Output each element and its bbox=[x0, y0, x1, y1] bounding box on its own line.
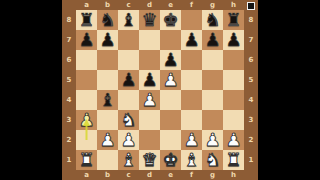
square-g4[interactable] bbox=[202, 90, 223, 110]
piece-white-pawn[interactable]: ♟ bbox=[202, 130, 223, 150]
rank-label-2-left: 2 bbox=[62, 130, 76, 150]
chess-board: abcdefgh 87654321 ♜♞♝♛♚♞♜♟♟♟♟♟♟♟♟♟♝♟♟♞♟♟… bbox=[62, 0, 258, 180]
square-d1[interactable]: ♛ bbox=[139, 150, 160, 170]
piece-white-king[interactable]: ♚ bbox=[160, 150, 181, 170]
piece-white-pawn[interactable]: ♟ bbox=[76, 110, 97, 130]
square-d8[interactable]: ♛ bbox=[139, 10, 160, 30]
piece-black-rook[interactable]: ♜ bbox=[223, 10, 244, 30]
square-h6[interactable] bbox=[223, 50, 244, 70]
square-h8[interactable]: ♜ bbox=[223, 10, 244, 30]
square-b5[interactable] bbox=[97, 70, 118, 90]
square-a4[interactable] bbox=[76, 90, 97, 110]
piece-white-bishop[interactable]: ♝ bbox=[181, 150, 202, 170]
square-c7[interactable] bbox=[118, 30, 139, 50]
square-g1[interactable]: ♞ bbox=[202, 150, 223, 170]
piece-white-pawn[interactable]: ♟ bbox=[160, 70, 181, 90]
piece-black-pawn[interactable]: ♟ bbox=[97, 30, 118, 50]
square-c1[interactable]: ♝ bbox=[118, 150, 139, 170]
piece-white-knight[interactable]: ♞ bbox=[202, 150, 223, 170]
square-h7[interactable]: ♟ bbox=[223, 30, 244, 50]
rank-label-1-left: 1 bbox=[62, 150, 76, 170]
square-e3[interactable] bbox=[160, 110, 181, 130]
square-b2[interactable]: ♟ bbox=[97, 130, 118, 150]
piece-black-pawn[interactable]: ♟ bbox=[181, 30, 202, 50]
square-f2[interactable]: ♟ bbox=[181, 130, 202, 150]
piece-white-queen[interactable]: ♛ bbox=[139, 150, 160, 170]
file-label-f-top: f bbox=[181, 0, 202, 10]
piece-black-queen[interactable]: ♛ bbox=[139, 10, 160, 30]
square-f8[interactable] bbox=[181, 10, 202, 30]
square-d5[interactable]: ♟ bbox=[139, 70, 160, 90]
square-d3[interactable] bbox=[139, 110, 160, 130]
file-label-c-bottom: c bbox=[118, 170, 139, 180]
rank-label-6-right: 6 bbox=[244, 50, 258, 70]
rank-label-8-left: 8 bbox=[62, 10, 76, 30]
squares: ♜♞♝♛♚♞♜♟♟♟♟♟♟♟♟♟♝♟♟♞♟♟♟♟♟♜♝♛♚♝♞♜ bbox=[76, 10, 244, 170]
piece-black-rook[interactable]: ♜ bbox=[76, 10, 97, 30]
rank-label-7-right: 7 bbox=[244, 30, 258, 50]
file-label-g-bottom: g bbox=[202, 170, 223, 180]
rank-label-7-left: 7 bbox=[62, 30, 76, 50]
square-c6[interactable] bbox=[118, 50, 139, 70]
square-g5[interactable] bbox=[202, 70, 223, 90]
rank-label-6-left: 6 bbox=[62, 50, 76, 70]
rank-label-2-right: 2 bbox=[244, 130, 258, 150]
square-h5[interactable] bbox=[223, 70, 244, 90]
square-d2[interactable] bbox=[139, 130, 160, 150]
square-e7[interactable] bbox=[160, 30, 181, 50]
rank-label-8-right: 8 bbox=[244, 10, 258, 30]
square-b4[interactable]: ♝ bbox=[97, 90, 118, 110]
piece-black-pawn[interactable]: ♟ bbox=[160, 50, 181, 70]
square-g3[interactable] bbox=[202, 110, 223, 130]
square-f1[interactable]: ♝ bbox=[181, 150, 202, 170]
piece-white-rook[interactable]: ♜ bbox=[223, 150, 244, 170]
rank-label-1-right: 1 bbox=[244, 150, 258, 170]
rank-label-5-right: 5 bbox=[244, 70, 258, 90]
file-label-a-bottom: a bbox=[76, 170, 97, 180]
square-a1[interactable]: ♜ bbox=[76, 150, 97, 170]
square-c8[interactable]: ♝ bbox=[118, 10, 139, 30]
square-g2[interactable]: ♟ bbox=[202, 130, 223, 150]
square-h1[interactable]: ♜ bbox=[223, 150, 244, 170]
square-c3[interactable]: ♞ bbox=[118, 110, 139, 130]
rank-label-3-right: 3 bbox=[244, 110, 258, 130]
piece-black-pawn[interactable]: ♟ bbox=[118, 70, 139, 90]
square-b6[interactable] bbox=[97, 50, 118, 70]
square-f6[interactable] bbox=[181, 50, 202, 70]
file-label-f-bottom: f bbox=[181, 170, 202, 180]
square-d7[interactable] bbox=[139, 30, 160, 50]
rank-label-4-right: 4 bbox=[244, 90, 258, 110]
piece-black-bishop[interactable]: ♝ bbox=[118, 10, 139, 30]
piece-black-pawn[interactable]: ♟ bbox=[202, 30, 223, 50]
piece-black-pawn[interactable]: ♟ bbox=[139, 70, 160, 90]
square-e6[interactable]: ♟ bbox=[160, 50, 181, 70]
square-b8[interactable]: ♞ bbox=[97, 10, 118, 30]
ranks-right: 87654321 bbox=[244, 10, 258, 170]
square-f7[interactable]: ♟ bbox=[181, 30, 202, 50]
files-bottom: abcdefgh bbox=[76, 170, 244, 180]
square-d6[interactable] bbox=[139, 50, 160, 70]
piece-black-pawn[interactable]: ♟ bbox=[76, 30, 97, 50]
square-g8[interactable]: ♞ bbox=[202, 10, 223, 30]
piece-white-bishop[interactable]: ♝ bbox=[118, 150, 139, 170]
square-a6[interactable] bbox=[76, 50, 97, 70]
square-a8[interactable]: ♜ bbox=[76, 10, 97, 30]
square-h2[interactable]: ♟ bbox=[223, 130, 244, 150]
rank-label-3-left: 3 bbox=[62, 110, 76, 130]
rank-label-4-left: 4 bbox=[62, 90, 76, 110]
square-f4[interactable] bbox=[181, 90, 202, 110]
file-label-d-bottom: d bbox=[139, 170, 160, 180]
black-to-move-indicator bbox=[247, 2, 255, 10]
file-label-b-bottom: b bbox=[97, 170, 118, 180]
piece-black-pawn[interactable]: ♟ bbox=[223, 30, 244, 50]
square-c5[interactable]: ♟ bbox=[118, 70, 139, 90]
square-e5[interactable]: ♟ bbox=[160, 70, 181, 90]
square-f5[interactable] bbox=[181, 70, 202, 90]
piece-white-rook[interactable]: ♜ bbox=[76, 150, 97, 170]
rank-label-5-left: 5 bbox=[62, 70, 76, 90]
file-label-e-bottom: e bbox=[160, 170, 181, 180]
square-b7[interactable]: ♟ bbox=[97, 30, 118, 50]
piece-white-pawn[interactable]: ♟ bbox=[139, 90, 160, 110]
piece-white-knight[interactable]: ♞ bbox=[118, 110, 139, 130]
square-e1[interactable]: ♚ bbox=[160, 150, 181, 170]
piece-white-pawn[interactable]: ♟ bbox=[181, 130, 202, 150]
piece-black-knight[interactable]: ♞ bbox=[202, 10, 223, 30]
video-frame: abcdefgh 87654321 ♜♞♝♛♚♞♜♟♟♟♟♟♟♟♟♟♝♟♟♞♟♟… bbox=[0, 0, 320, 180]
piece-white-pawn[interactable]: ♟ bbox=[118, 130, 139, 150]
square-e4[interactable] bbox=[160, 90, 181, 110]
piece-black-knight[interactable]: ♞ bbox=[97, 10, 118, 30]
piece-white-pawn[interactable]: ♟ bbox=[97, 130, 118, 150]
ranks-left: 87654321 bbox=[62, 10, 76, 170]
file-label-h-bottom: h bbox=[223, 170, 244, 180]
square-b3[interactable] bbox=[97, 110, 118, 130]
square-a5[interactable] bbox=[76, 70, 97, 90]
square-h3[interactable] bbox=[223, 110, 244, 130]
square-f3[interactable] bbox=[181, 110, 202, 130]
square-b1[interactable] bbox=[97, 150, 118, 170]
square-c2[interactable]: ♟ bbox=[118, 130, 139, 150]
square-d4[interactable]: ♟ bbox=[139, 90, 160, 110]
square-g6[interactable] bbox=[202, 50, 223, 70]
square-c4[interactable] bbox=[118, 90, 139, 110]
square-h4[interactable] bbox=[223, 90, 244, 110]
square-e8[interactable]: ♚ bbox=[160, 10, 181, 30]
piece-black-bishop[interactable]: ♝ bbox=[97, 90, 118, 110]
piece-white-pawn[interactable]: ♟ bbox=[223, 130, 244, 150]
square-a3[interactable]: ♟ bbox=[76, 110, 97, 130]
square-a2[interactable] bbox=[76, 130, 97, 150]
square-g7[interactable]: ♟ bbox=[202, 30, 223, 50]
square-a7[interactable]: ♟ bbox=[76, 30, 97, 50]
piece-black-king[interactable]: ♚ bbox=[160, 10, 181, 30]
square-e2[interactable] bbox=[160, 130, 181, 150]
